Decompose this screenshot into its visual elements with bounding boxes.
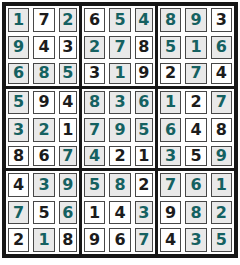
sudoku-cell-r1c5-given[interactable]: 5 [109, 8, 130, 32]
sudoku-cell-r5c1-given[interactable]: 3 [8, 118, 29, 142]
sudoku-cell-r9c3-entry[interactable]: 8 [59, 228, 77, 252]
sudoku-cell-r7c5-given[interactable]: 8 [109, 173, 130, 197]
sudoku-cell-r2c3-entry[interactable]: 3 [59, 36, 77, 60]
sudoku-cell-r5c6-given[interactable]: 5 [135, 118, 153, 142]
sudoku-cell-r7c1-entry[interactable]: 4 [8, 173, 29, 197]
sudoku-cell-r6c8-entry[interactable]: 5 [185, 146, 206, 167]
cell-wrapper-r9c3: 8 [57, 226, 82, 254]
cell-wrapper-r3c4: 3 [82, 61, 107, 89]
cell-wrapper-r5c1: 3 [6, 116, 31, 144]
cell-wrapper-r7c3: 9 [57, 171, 82, 199]
sudoku-cell-r2c7-given[interactable]: 5 [160, 36, 181, 60]
cell-wrapper-r5c3: 1 [57, 116, 82, 144]
cell-wrapper-r2c6: 8 [133, 34, 158, 62]
cell-wrapper-r2c8: 1 [183, 34, 208, 62]
cell-wrapper-r7c1: 4 [6, 171, 31, 199]
sudoku-cell-r3c2-given[interactable]: 8 [33, 63, 54, 84]
sudoku-cell-r3c3-given[interactable]: 5 [59, 63, 77, 84]
cell-wrapper-r3c8: 7 [183, 61, 208, 89]
cell-wrapper-r3c9: 4 [209, 61, 234, 89]
sudoku-cell-r6c3-given[interactable]: 7 [59, 146, 77, 167]
cell-wrapper-r4c3: 4 [57, 89, 82, 117]
cell-wrapper-r3c3: 5 [57, 61, 82, 89]
sudoku-cell-r7c3-given[interactable]: 9 [59, 173, 77, 197]
sudoku-cell-r7c2-given[interactable]: 3 [33, 173, 54, 197]
cell-wrapper-r4c5: 3 [107, 89, 132, 117]
sudoku-cell-r3c4-entry[interactable]: 3 [84, 63, 105, 84]
sudoku-cell-r4c4-given[interactable]: 8 [84, 91, 105, 115]
sudoku-cell-r9c5-entry[interactable]: 6 [109, 228, 130, 252]
cell-wrapper-r2c2: 4 [31, 34, 56, 62]
cell-wrapper-r6c3: 7 [57, 144, 82, 172]
cell-wrapper-r3c1: 6 [6, 61, 31, 89]
sudoku-cell-r5c2-given[interactable]: 2 [33, 118, 54, 142]
sudoku-cell-r6c1-entry[interactable]: 8 [8, 146, 29, 167]
cell-wrapper-r7c8: 6 [183, 171, 208, 199]
cell-wrapper-r3c2: 8 [31, 61, 56, 89]
cell-wrapper-r4c4: 8 [82, 89, 107, 117]
cell-wrapper-r5c5: 9 [107, 116, 132, 144]
sudoku-cell-r8c3-given[interactable]: 6 [59, 201, 77, 225]
cell-wrapper-r8c4: 1 [82, 199, 107, 227]
sudoku-cell-r5c4-given[interactable]: 7 [84, 118, 105, 142]
sudoku-cell-r8c9-given[interactable]: 2 [211, 201, 232, 225]
cell-wrapper-r4c8: 2 [183, 89, 208, 117]
sudoku-cell-r9c4-entry[interactable]: 9 [84, 228, 105, 252]
cell-wrapper-r8c6: 3 [133, 199, 158, 227]
sudoku-cell-r6c5-entry[interactable]: 2 [109, 146, 130, 167]
cell-wrapper-r4c2: 9 [31, 89, 56, 117]
cell-wrapper-r1c4: 6 [82, 6, 107, 34]
cell-wrapper-r2c3: 3 [57, 34, 82, 62]
sudoku-cell-r2c8-given[interactable]: 1 [185, 36, 206, 60]
sudoku-cell-r5c5-given[interactable]: 9 [109, 118, 130, 142]
cell-wrapper-r3c6: 9 [133, 61, 158, 89]
cell-wrapper-r7c5: 8 [107, 171, 132, 199]
cell-wrapper-r2c9: 6 [209, 34, 234, 62]
cell-wrapper-r9c6: 7 [133, 226, 158, 254]
cell-wrapper-r4c6: 6 [133, 89, 158, 117]
cell-wrapper-r9c1: 2 [6, 226, 31, 254]
sudoku-cell-r3c5-given[interactable]: 1 [109, 63, 130, 84]
sudoku-cell-r1c7-given[interactable]: 8 [160, 8, 181, 32]
sudoku-cell-r3c8-given[interactable]: 7 [185, 63, 206, 84]
sudoku-cell-r9c2-given[interactable]: 1 [33, 228, 54, 252]
cell-wrapper-r1c5: 5 [107, 6, 132, 34]
cell-wrapper-r5c4: 7 [82, 116, 107, 144]
cell-wrapper-r6c4: 4 [82, 144, 107, 172]
cell-wrapper-r5c6: 5 [133, 116, 158, 144]
sudoku-cell-r7c6-entry[interactable]: 2 [135, 173, 153, 197]
cell-wrapper-r7c9: 1 [209, 171, 234, 199]
sudoku-cell-r1c8-given[interactable]: 9 [185, 8, 206, 32]
sudoku-cell-r6c2-entry[interactable]: 6 [33, 146, 54, 167]
cell-wrapper-r4c7: 1 [158, 89, 183, 117]
cell-wrapper-r5c7: 6 [158, 116, 183, 144]
cell-wrapper-r3c7: 2 [158, 61, 183, 89]
cell-wrapper-r6c7: 3 [158, 144, 183, 172]
sudoku-cell-r2c2-entry[interactable]: 4 [33, 36, 54, 60]
cell-wrapper-r7c2: 3 [31, 171, 56, 199]
sudoku-cell-r4c8-entry[interactable]: 2 [185, 91, 206, 115]
sudoku-cell-r6c4-given[interactable]: 4 [84, 146, 105, 167]
sudoku-cell-r1c2-entry[interactable]: 7 [33, 8, 54, 32]
cell-wrapper-r1c9: 3 [209, 6, 234, 34]
cell-wrapper-r6c5: 2 [107, 144, 132, 172]
sudoku-cell-r8c2-entry[interactable]: 5 [33, 201, 54, 225]
cell-wrapper-r9c4: 9 [82, 226, 107, 254]
sudoku-cell-r4c6-given[interactable]: 6 [135, 91, 153, 115]
sudoku-cell-r5c9-entry[interactable]: 8 [211, 118, 232, 142]
cell-wrapper-r1c1: 1 [6, 6, 31, 34]
sudoku-cell-r1c3-given[interactable]: 2 [59, 8, 77, 32]
sudoku-cell-r8c1-given[interactable]: 7 [8, 201, 29, 225]
cell-wrapper-r9c7: 4 [158, 226, 183, 254]
sudoku-cell-r7c7-given[interactable]: 7 [160, 173, 181, 197]
sudoku-cell-r6c6-entry[interactable]: 1 [135, 146, 153, 167]
cell-wrapper-r3c5: 1 [107, 61, 132, 89]
sudoku-cell-r7c4-given[interactable]: 5 [84, 173, 105, 197]
sudoku-cell-r4c3-entry[interactable]: 4 [59, 91, 77, 115]
sudoku-cell-r8c5-entry[interactable]: 4 [109, 201, 130, 225]
sudoku-cell-r2c5-given[interactable]: 7 [109, 36, 130, 60]
cell-wrapper-r1c3: 2 [57, 6, 82, 34]
cell-wrapper-r9c5: 6 [107, 226, 132, 254]
sudoku-cell-r4c2-entry[interactable]: 9 [33, 91, 54, 115]
sudoku-cell-r9c8-given[interactable]: 3 [185, 228, 206, 252]
cell-wrapper-r4c1: 5 [6, 89, 31, 117]
sudoku-cell-r5c8-entry[interactable]: 4 [185, 118, 206, 142]
sudoku-cell-r2c1-given[interactable]: 9 [8, 36, 29, 60]
cell-wrapper-r4c9: 7 [209, 89, 234, 117]
cell-wrapper-r9c9: 5 [209, 226, 234, 254]
cell-wrapper-r8c5: 4 [107, 199, 132, 227]
sudoku-cell-r3c9-entry[interactable]: 4 [211, 63, 232, 84]
cell-wrapper-r1c6: 4 [133, 6, 158, 34]
sudoku-cell-r4c7-given[interactable]: 1 [160, 91, 181, 115]
cell-wrapper-r1c8: 9 [183, 6, 208, 34]
cell-wrapper-r9c8: 3 [183, 226, 208, 254]
cell-wrapper-r6c6: 1 [133, 144, 158, 172]
cell-wrapper-r1c7: 8 [158, 6, 183, 34]
sudoku-cell-r3c7-entry[interactable]: 2 [160, 63, 181, 84]
sudoku-cell-r8c4-entry[interactable]: 1 [84, 201, 105, 225]
cell-wrapper-r6c1: 8 [6, 144, 31, 172]
cell-wrapper-r9c2: 1 [31, 226, 56, 254]
cell-wrapper-r8c1: 7 [6, 199, 31, 227]
cell-wrapper-r7c7: 7 [158, 171, 183, 199]
cell-wrapper-r8c7: 9 [158, 199, 183, 227]
cell-wrapper-r2c4: 2 [82, 34, 107, 62]
cell-wrapper-r8c2: 5 [31, 199, 56, 227]
sudoku-cell-r9c9-given[interactable]: 5 [211, 228, 232, 252]
sudoku-cell-r7c8-given[interactable]: 6 [185, 173, 206, 197]
sudoku-board: 1726548939432785166853192745948361273217… [2, 2, 238, 258]
sudoku-cell-r4c1-given[interactable]: 5 [8, 91, 29, 115]
sudoku-cell-r1c1-given[interactable]: 1 [8, 8, 29, 32]
cell-wrapper-r8c9: 2 [209, 199, 234, 227]
sudoku-cell-r3c6-entry[interactable]: 9 [135, 63, 153, 84]
sudoku-cell-r1c9-entry[interactable]: 3 [211, 8, 232, 32]
sudoku-cell-r9c1-entry[interactable]: 2 [8, 228, 29, 252]
sudoku-cell-r7c9-given[interactable]: 1 [211, 173, 232, 197]
cell-wrapper-r8c3: 6 [57, 199, 82, 227]
sudoku-cell-r9c7-entry[interactable]: 4 [160, 228, 181, 252]
sudoku-cell-r4c5-given[interactable]: 3 [109, 91, 130, 115]
sudoku-cell-r8c6-given[interactable]: 3 [135, 201, 153, 225]
sudoku-cell-r9c6-given[interactable]: 7 [135, 228, 153, 252]
cell-wrapper-r6c8: 5 [183, 144, 208, 172]
sudoku-cell-r4c9-given[interactable]: 7 [211, 91, 232, 115]
cell-wrapper-r8c8: 8 [183, 199, 208, 227]
sudoku-cell-r5c7-given[interactable]: 6 [160, 118, 181, 142]
sudoku-cell-r1c6-given[interactable]: 4 [135, 8, 153, 32]
cell-wrapper-r2c7: 5 [158, 34, 183, 62]
cell-wrapper-r5c2: 2 [31, 116, 56, 144]
cell-wrapper-r2c5: 7 [107, 34, 132, 62]
sudoku-cell-r5c3-entry[interactable]: 1 [59, 118, 77, 142]
sudoku-cell-r6c7-given[interactable]: 3 [160, 146, 181, 167]
cell-wrapper-r1c2: 7 [31, 6, 56, 34]
sudoku-cell-r8c7-entry[interactable]: 9 [160, 201, 181, 225]
sudoku-cell-r3c1-given[interactable]: 6 [8, 63, 29, 84]
sudoku-cell-r6c9-given[interactable]: 9 [211, 146, 232, 167]
cell-wrapper-r5c9: 8 [209, 116, 234, 144]
sudoku-cell-r2c6-entry[interactable]: 8 [135, 36, 153, 60]
cell-wrapper-r6c2: 6 [31, 144, 56, 172]
cell-wrapper-r7c6: 2 [133, 171, 158, 199]
cell-wrapper-r5c8: 4 [183, 116, 208, 144]
sudoku-cell-r2c4-given[interactable]: 2 [84, 36, 105, 60]
cell-wrapper-r2c1: 9 [6, 34, 31, 62]
sudoku-cell-r2c9-given[interactable]: 6 [211, 36, 232, 60]
cell-wrapper-r7c4: 5 [82, 171, 107, 199]
sudoku-cell-r8c8-given[interactable]: 8 [185, 201, 206, 225]
cell-wrapper-r6c9: 9 [209, 144, 234, 172]
sudoku-cell-r1c4-entry[interactable]: 6 [84, 8, 105, 32]
